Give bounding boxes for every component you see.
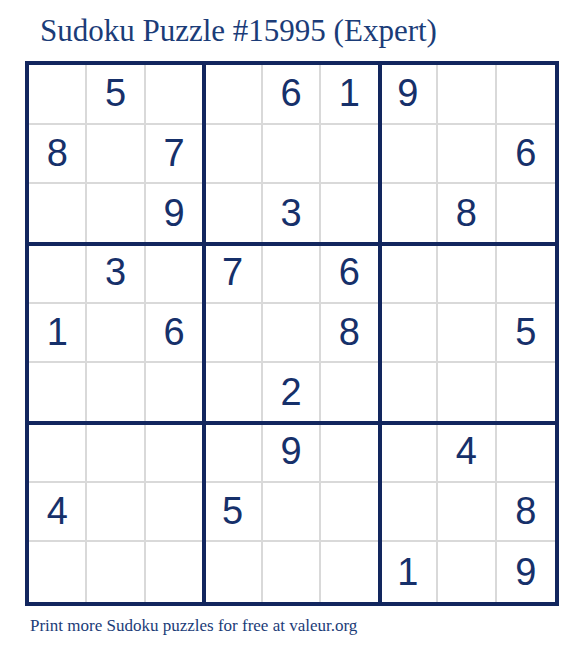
sudoku-cell: 8: [29, 125, 87, 185]
sudoku-cell: [87, 363, 145, 423]
sudoku-cell: 6: [497, 125, 555, 185]
sudoku-cell: [321, 423, 379, 483]
sudoku-cell: [380, 125, 438, 185]
sudoku-cell: 3: [87, 244, 145, 304]
sudoku-cell: [87, 304, 145, 364]
sudoku-cell: [497, 184, 555, 244]
sudoku-cell: 4: [29, 483, 87, 543]
page-title: Sudoku Puzzle #15995 (Expert): [40, 13, 437, 49]
sudoku-cell: [204, 423, 262, 483]
sudoku-cell: [263, 244, 321, 304]
sudoku-cell: [146, 483, 204, 543]
sudoku-cell: [380, 483, 438, 543]
sudoku-cell: [87, 483, 145, 543]
sudoku-cell: [380, 363, 438, 423]
sudoku-cell: 9: [146, 184, 204, 244]
sudoku-cell: 7: [146, 125, 204, 185]
sudoku-cell: 5: [497, 304, 555, 364]
sudoku-cell: 6: [321, 244, 379, 304]
sudoku-cell: [321, 184, 379, 244]
sudoku-cell: [321, 363, 379, 423]
sudoku-cell: 1: [321, 65, 379, 125]
sudoku-grid: 5619876938376168529445819: [29, 65, 555, 602]
box-divider-horizontal-1: [29, 242, 555, 246]
sudoku-cell: 8: [438, 184, 496, 244]
box-divider-horizontal-2: [29, 421, 555, 425]
sudoku-cell: [380, 184, 438, 244]
sudoku-cell: 4: [438, 423, 496, 483]
page-footer: Print more Sudoku puzzles for free at va…: [30, 615, 357, 637]
sudoku-cell: [497, 244, 555, 304]
sudoku-cell: [29, 423, 87, 483]
sudoku-cell: 9: [263, 423, 321, 483]
sudoku-cell: [321, 542, 379, 602]
sudoku-cell: [146, 542, 204, 602]
sudoku-cell: [438, 542, 496, 602]
sudoku-cell: [438, 483, 496, 543]
sudoku-cell: [146, 363, 204, 423]
sudoku-cell: 5: [204, 483, 262, 543]
sudoku-cell: [438, 363, 496, 423]
sudoku-cell: [263, 542, 321, 602]
sudoku-cell: 8: [321, 304, 379, 364]
sudoku-cell: 1: [29, 304, 87, 364]
sudoku-cell: [263, 125, 321, 185]
sudoku-cell: 8: [497, 483, 555, 543]
sudoku-cell: [146, 65, 204, 125]
sudoku-cell: [204, 184, 262, 244]
sudoku-cell: [87, 423, 145, 483]
sudoku-cell: 3: [263, 184, 321, 244]
sudoku-cell: [29, 363, 87, 423]
sudoku-cell: [87, 125, 145, 185]
sudoku-cell: [204, 363, 262, 423]
sudoku-cell: [204, 125, 262, 185]
sudoku-cell: [29, 542, 87, 602]
sudoku-cell: [146, 423, 204, 483]
sudoku-cell: [497, 423, 555, 483]
sudoku-cell: [438, 304, 496, 364]
sudoku-cell: [497, 363, 555, 423]
box-divider-vertical-2: [378, 65, 382, 602]
sudoku-cell: [204, 304, 262, 364]
sudoku-cell: [438, 125, 496, 185]
sudoku-cell: 2: [263, 363, 321, 423]
sudoku-board: 5619876938376168529445819: [25, 61, 559, 606]
sudoku-cell: [263, 483, 321, 543]
sudoku-cell: [380, 244, 438, 304]
sudoku-cell: [321, 125, 379, 185]
sudoku-cell: [87, 542, 145, 602]
sudoku-cell: [29, 184, 87, 244]
sudoku-cell: [497, 65, 555, 125]
sudoku-cell: [380, 304, 438, 364]
sudoku-cell: [263, 304, 321, 364]
sudoku-cell: [438, 65, 496, 125]
box-divider-vertical-1: [202, 65, 206, 602]
sudoku-cell: [204, 65, 262, 125]
sudoku-cell: [380, 423, 438, 483]
sudoku-cell: 6: [146, 304, 204, 364]
sudoku-cell: [146, 244, 204, 304]
sudoku-cell: 9: [380, 65, 438, 125]
sudoku-cell: [29, 244, 87, 304]
sudoku-cell: [87, 184, 145, 244]
sudoku-cell: [438, 244, 496, 304]
sudoku-cell: [29, 65, 87, 125]
sudoku-cell: [321, 483, 379, 543]
sudoku-cell: 1: [380, 542, 438, 602]
sudoku-cell: 9: [497, 542, 555, 602]
sudoku-cell: 7: [204, 244, 262, 304]
sudoku-cell: 5: [87, 65, 145, 125]
sudoku-cell: [204, 542, 262, 602]
sudoku-cell: 6: [263, 65, 321, 125]
